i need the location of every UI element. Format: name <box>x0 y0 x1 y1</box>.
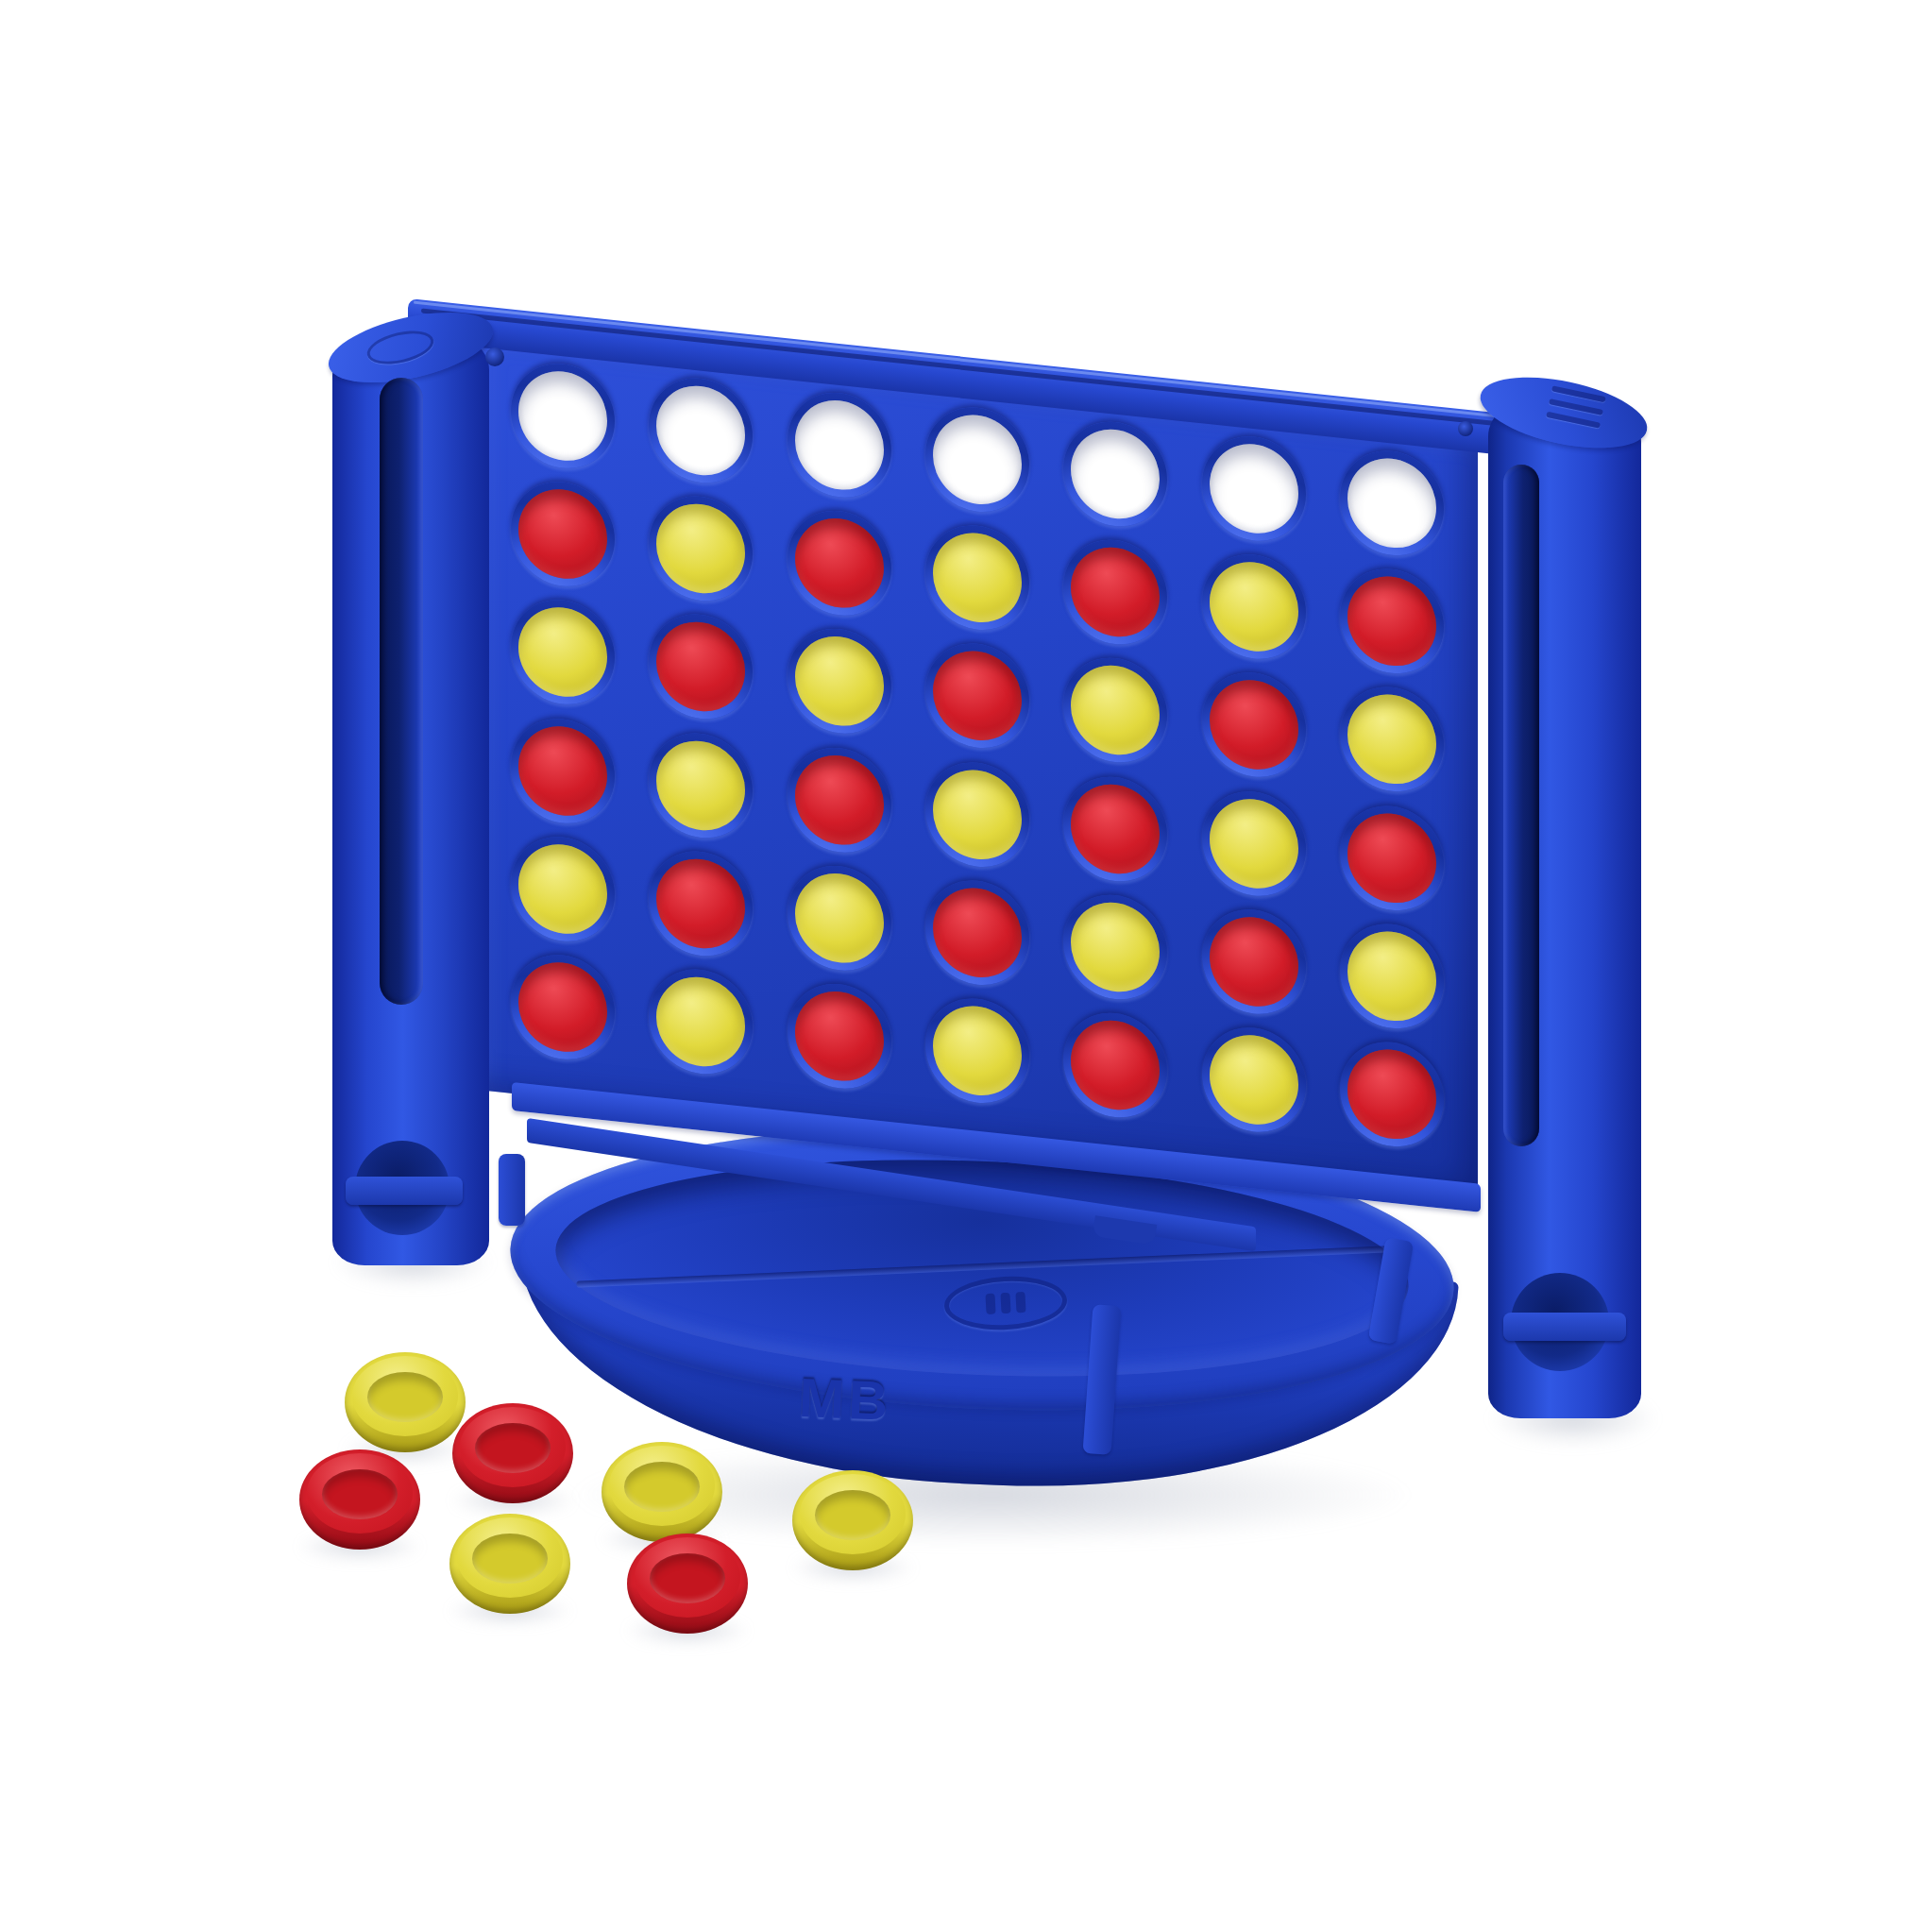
yellow-disc <box>656 737 745 835</box>
connect-four-board <box>477 332 1478 1195</box>
yellow-disc <box>1210 1031 1298 1129</box>
yellow-disc <box>656 973 745 1071</box>
yellow-disc <box>1347 927 1436 1025</box>
empty-slot <box>1210 439 1298 537</box>
logo-emboss-bar <box>1000 1293 1010 1313</box>
loose-red-disc <box>627 1534 748 1634</box>
red-disc <box>518 721 607 820</box>
board-hole <box>511 832 615 947</box>
board-cell <box>632 483 770 616</box>
board-cell <box>494 586 632 720</box>
board-hole <box>788 742 891 857</box>
yellow-disc <box>795 869 884 967</box>
board-cell <box>1184 658 1322 791</box>
hinge-pin-left <box>485 347 504 366</box>
red-disc <box>518 958 607 1057</box>
red-disc <box>795 988 884 1086</box>
board-hole <box>925 875 1029 991</box>
board-hole <box>925 993 1029 1109</box>
right-pillar-slot <box>1503 465 1539 1146</box>
yellow-disc <box>795 633 884 731</box>
board-hole <box>788 979 891 1094</box>
board-hole <box>649 965 753 1080</box>
board-hole <box>788 506 891 621</box>
board-hole <box>649 846 753 961</box>
board-cell <box>494 941 632 1075</box>
board-hole <box>1340 1037 1444 1152</box>
board-cell <box>632 364 770 497</box>
board-hole <box>1202 668 1306 783</box>
red-disc <box>656 855 745 953</box>
yellow-disc <box>518 603 607 702</box>
board-cell <box>771 379 908 512</box>
board-cell <box>771 970 908 1103</box>
board-cell <box>1184 422 1322 555</box>
board-cell <box>1046 526 1184 659</box>
yellow-disc <box>933 765 1022 863</box>
board-cell <box>1046 644 1184 777</box>
yellow-disc <box>933 529 1022 627</box>
board-hole <box>1202 550 1306 665</box>
board-cell <box>494 467 632 601</box>
board-hole <box>1340 446 1444 561</box>
board-hole <box>1202 431 1306 546</box>
board-cell <box>908 748 1046 881</box>
board-cell <box>494 822 632 956</box>
red-disc <box>795 751 884 849</box>
yellow-disc <box>1210 557 1298 655</box>
loose-yellow-disc <box>449 1514 570 1614</box>
yellow-disc <box>1210 794 1298 892</box>
hinge-pin-right <box>1458 421 1473 436</box>
loose-yellow-disc <box>602 1442 722 1542</box>
empty-slot <box>933 410 1022 508</box>
yellow-disc <box>1071 661 1160 759</box>
left-notch-clip <box>346 1177 463 1205</box>
red-disc <box>1071 1016 1160 1114</box>
board-cell <box>632 719 770 852</box>
board-cell <box>1323 791 1461 924</box>
red-disc <box>1347 809 1436 907</box>
board-hole <box>788 387 891 502</box>
board-hole <box>1063 1008 1167 1124</box>
red-disc <box>518 485 607 584</box>
tray-hinge-left <box>499 1154 525 1226</box>
loose-yellow-disc <box>792 1470 913 1570</box>
right-notch-clip <box>1503 1313 1626 1341</box>
board-hole <box>649 373 753 488</box>
board-cell <box>632 956 770 1089</box>
board-hole <box>1340 564 1444 679</box>
board-cell <box>1184 540 1322 673</box>
board-cell <box>494 704 632 838</box>
board-hole <box>925 402 1029 517</box>
board-cell <box>1046 762 1184 895</box>
board-cell <box>1184 895 1322 1028</box>
board-cell <box>632 838 770 971</box>
logo-emboss-bar <box>985 1294 995 1314</box>
board-hole <box>1063 653 1167 769</box>
red-disc <box>1347 572 1436 670</box>
board-hole <box>1063 890 1167 1005</box>
board-hole <box>1202 905 1306 1020</box>
board-cell <box>908 866 1046 999</box>
yellow-disc <box>1071 898 1160 996</box>
board-cell <box>908 511 1046 644</box>
board-cell <box>771 497 908 630</box>
board-cell <box>1046 881 1184 1014</box>
mb-emboss-label: MB <box>798 1365 893 1432</box>
loose-red-disc <box>299 1449 420 1550</box>
board-hole <box>511 950 615 1065</box>
board-hole <box>511 358 615 473</box>
board-hole <box>1063 771 1167 887</box>
board-hole <box>1340 801 1444 916</box>
empty-slot <box>1347 454 1436 552</box>
board-cell <box>771 734 908 867</box>
red-disc <box>1347 1045 1436 1144</box>
red-disc <box>795 514 884 612</box>
board-cell <box>1184 777 1322 910</box>
empty-slot <box>656 381 745 480</box>
board-cell <box>632 601 770 734</box>
board-hole <box>1340 919 1444 1034</box>
board-hole <box>511 477 615 592</box>
board-cell <box>908 630 1046 763</box>
board-hole <box>1063 534 1167 650</box>
yellow-disc <box>933 1002 1022 1100</box>
loose-red-disc <box>452 1403 573 1503</box>
board-hole <box>1063 416 1167 532</box>
logo-emboss-bar <box>1015 1292 1025 1313</box>
red-disc <box>933 884 1022 982</box>
board-cell <box>908 393 1046 526</box>
board-hole <box>788 624 891 739</box>
yellow-disc <box>656 500 745 598</box>
empty-slot <box>1071 425 1160 523</box>
product-photo: MB <box>0 0 1932 1932</box>
red-disc <box>656 618 745 716</box>
board-hole <box>649 491 753 606</box>
board-cell <box>1323 554 1461 687</box>
board-hole <box>649 728 753 843</box>
board-cell <box>1184 1013 1322 1146</box>
board-hole <box>925 757 1029 873</box>
board-hole <box>511 595 615 710</box>
red-disc <box>1071 543 1160 641</box>
empty-slot <box>795 396 884 494</box>
empty-slot <box>518 366 607 465</box>
board-cell <box>908 985 1046 1118</box>
loose-yellow-disc <box>345 1352 466 1452</box>
red-disc <box>1210 676 1298 774</box>
board-hole <box>649 610 753 725</box>
yellow-disc <box>1347 690 1436 788</box>
board-cell <box>1046 407 1184 540</box>
left-pillar-slot <box>380 378 423 1005</box>
board-hole <box>925 520 1029 636</box>
board-cell <box>1323 673 1461 806</box>
board-cell <box>771 852 908 985</box>
board-hole <box>1202 1023 1306 1138</box>
board-hole <box>925 638 1029 754</box>
board-hole <box>788 861 891 976</box>
board-cell <box>1046 999 1184 1132</box>
red-disc <box>1210 912 1298 1010</box>
board-cell <box>1323 1028 1461 1161</box>
yellow-disc <box>518 840 607 939</box>
board-hole <box>1340 682 1444 797</box>
red-disc <box>933 647 1022 745</box>
red-disc <box>1071 780 1160 878</box>
board-hole <box>511 713 615 828</box>
board-cell <box>1323 909 1461 1042</box>
board-hole <box>1202 786 1306 901</box>
board-cell <box>1323 436 1461 569</box>
board-cell <box>771 615 908 748</box>
board-cell <box>494 349 632 483</box>
